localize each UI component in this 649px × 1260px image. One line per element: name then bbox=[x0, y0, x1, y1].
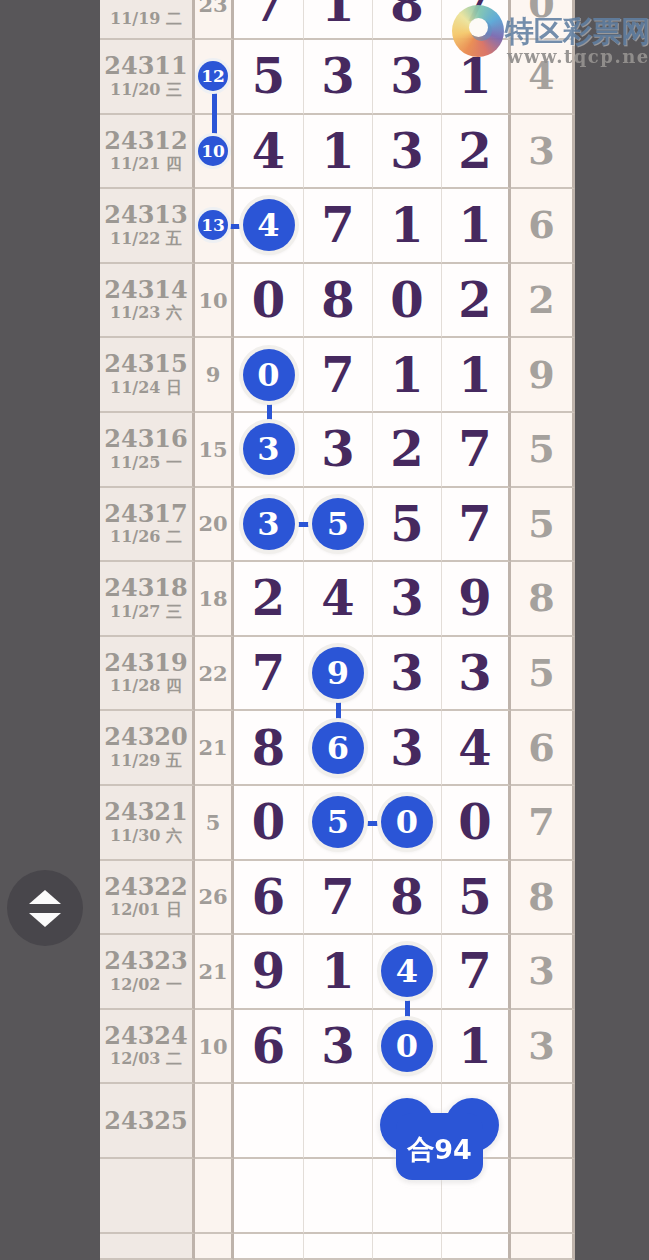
trend-chart: 11/19 二23718702431111/20 三12533142431211… bbox=[100, 0, 575, 1260]
digit-cell: 0 bbox=[373, 786, 442, 861]
digit-cell bbox=[304, 1234, 373, 1260]
period-cell: 2431511/24 日 bbox=[100, 338, 195, 413]
digit-cell: 3 bbox=[373, 40, 442, 115]
digit-cell: 3 bbox=[304, 413, 373, 488]
digit-cell: 3 bbox=[373, 637, 442, 712]
period-cell: 24325 bbox=[100, 1084, 195, 1159]
digit-cell: 8 bbox=[373, 0, 442, 40]
period-number: 24313 bbox=[104, 201, 188, 229]
sum-cell: 20 bbox=[195, 488, 234, 563]
draw-date: 12/03 二 bbox=[110, 1049, 182, 1070]
digit-cell: 3 bbox=[234, 488, 304, 563]
tail-cell: 6 bbox=[511, 189, 575, 264]
period-cell: 11/19 二 bbox=[100, 0, 195, 40]
digit-cell: 9 bbox=[234, 935, 304, 1010]
digit-cell: 5 bbox=[442, 861, 511, 936]
digit-cell: 4 bbox=[304, 562, 373, 637]
sum-cell: 10 bbox=[195, 1010, 234, 1085]
period-cell: 2432011/29 五 bbox=[100, 711, 195, 786]
period-cell: 2431111/20 三 bbox=[100, 40, 195, 115]
digit-cell: 8 bbox=[373, 861, 442, 936]
digit-cell: 1 bbox=[304, 115, 373, 190]
sum-value: 22 bbox=[198, 661, 227, 686]
digit-value: 3 bbox=[458, 649, 491, 697]
period-cell: 2431711/26 二 bbox=[100, 488, 195, 563]
digit-value: 7 bbox=[252, 649, 285, 697]
chart-row: 2431811/27 三1824398 bbox=[100, 562, 575, 637]
tail-cell: 7 bbox=[511, 786, 575, 861]
digit-value: 0 bbox=[252, 276, 285, 324]
digit-cell: 1 bbox=[304, 935, 373, 1010]
tail-value: 7 bbox=[528, 803, 554, 841]
chart-row bbox=[100, 1234, 575, 1260]
digit-value: 1 bbox=[458, 351, 491, 399]
up-arrow-icon bbox=[29, 890, 61, 904]
tail-cell bbox=[511, 1084, 575, 1159]
sum-value: 15 bbox=[198, 437, 227, 462]
digit-value: 1 bbox=[390, 351, 423, 399]
sum-value: 9 bbox=[206, 362, 221, 387]
sum-value: 18 bbox=[198, 586, 227, 611]
digit-circle: 3 bbox=[243, 423, 295, 475]
digit-cell: 3 bbox=[373, 562, 442, 637]
tail-value: 6 bbox=[528, 206, 554, 244]
digit-cell: 2 bbox=[442, 264, 511, 339]
period-cell: 2432312/02 一 bbox=[100, 935, 195, 1010]
period-cell bbox=[100, 1159, 195, 1234]
period-number: 24324 bbox=[104, 1022, 188, 1050]
digit-value: 3 bbox=[390, 649, 423, 697]
period-cell: 2431811/27 三 bbox=[100, 562, 195, 637]
sum-marker: 合94 bbox=[380, 1098, 500, 1182]
digit-circle: 5 bbox=[312, 796, 364, 848]
digit-value: 7 bbox=[458, 0, 491, 28]
sum-value: 10 bbox=[198, 288, 227, 313]
digit-cell: 8 bbox=[304, 264, 373, 339]
chart-row: 2431111/20 三1253314 bbox=[100, 40, 575, 115]
digit-value: 3 bbox=[390, 52, 423, 100]
chart-row: 2431611/25 一1533275 bbox=[100, 413, 575, 488]
chart-row: 2432412/03 二1063013 bbox=[100, 1010, 575, 1085]
digit-value: 8 bbox=[390, 873, 423, 921]
digit-cell: 5 bbox=[304, 786, 373, 861]
draw-date: 11/28 四 bbox=[110, 676, 182, 697]
digit-cell: 7 bbox=[234, 0, 304, 40]
digit-value: 0 bbox=[390, 276, 423, 324]
digit-cell: 6 bbox=[234, 1010, 304, 1085]
digit-cell bbox=[373, 1234, 442, 1260]
period-number: 24319 bbox=[104, 649, 188, 677]
digit-circle: 0 bbox=[243, 349, 295, 401]
digit-cell bbox=[234, 1159, 304, 1234]
digit-cell: 2 bbox=[234, 562, 304, 637]
chart-row bbox=[100, 1159, 575, 1234]
digit-circle: 0 bbox=[381, 1020, 433, 1072]
digit-value: 2 bbox=[458, 127, 491, 175]
digit-cell: 1 bbox=[442, 1010, 511, 1085]
digit-value: 3 bbox=[321, 1022, 354, 1070]
scroll-toggle-button[interactable] bbox=[7, 870, 83, 946]
period-number: 24312 bbox=[104, 127, 188, 155]
digit-cell: 3 bbox=[373, 115, 442, 190]
digit-value: 5 bbox=[458, 873, 491, 921]
tail-value: 5 bbox=[528, 654, 554, 692]
digit-value: 7 bbox=[252, 0, 285, 28]
digit-cell: 8 bbox=[234, 711, 304, 786]
chart-row: 2432111/30 六505007 bbox=[100, 786, 575, 861]
sum-cell bbox=[195, 1084, 234, 1159]
tail-value: 6 bbox=[528, 729, 554, 767]
digit-value: 3 bbox=[321, 425, 354, 473]
digit-cell: 5 bbox=[234, 40, 304, 115]
draw-date: 11/26 二 bbox=[110, 527, 182, 548]
tail-value: 3 bbox=[528, 1027, 554, 1065]
tail-value: 2 bbox=[528, 281, 554, 319]
digit-cell: 3 bbox=[304, 40, 373, 115]
digit-circle: 3 bbox=[243, 498, 295, 550]
tail-cell: 5 bbox=[511, 413, 575, 488]
period-number: 24321 bbox=[104, 798, 188, 826]
digit-value: 3 bbox=[321, 52, 354, 100]
digit-cell: 7 bbox=[442, 935, 511, 1010]
tail-cell: 3 bbox=[511, 115, 575, 190]
digit-cell: 1 bbox=[442, 189, 511, 264]
sum-circle: 10 bbox=[198, 136, 228, 166]
digit-cell: 3 bbox=[442, 637, 511, 712]
digit-circle: 4 bbox=[243, 199, 295, 251]
tail-value: 3 bbox=[528, 132, 554, 170]
digit-cell: 7 bbox=[304, 861, 373, 936]
draw-date: 11/25 一 bbox=[110, 453, 182, 474]
tail-cell: 8 bbox=[511, 861, 575, 936]
tail-cell: 5 bbox=[511, 637, 575, 712]
digit-cell bbox=[234, 1234, 304, 1260]
tail-cell: 0 bbox=[511, 0, 575, 40]
tail-value: 5 bbox=[528, 430, 554, 468]
draw-date: 11/29 五 bbox=[110, 751, 182, 772]
digit-value: 1 bbox=[390, 201, 423, 249]
digit-cell: 0 bbox=[234, 786, 304, 861]
period-cell: 2431611/25 一 bbox=[100, 413, 195, 488]
sum-value: 5 bbox=[206, 810, 221, 835]
period-cell: 2432111/30 六 bbox=[100, 786, 195, 861]
sum-circle: 13 bbox=[198, 210, 228, 240]
period-cell: 2432212/01 日 bbox=[100, 861, 195, 936]
digit-value: 1 bbox=[458, 1022, 491, 1070]
digit-value: 6 bbox=[252, 873, 285, 921]
sum-cell: 15 bbox=[195, 413, 234, 488]
digit-cell: 4 bbox=[442, 711, 511, 786]
sum-value: 10 bbox=[198, 1034, 227, 1059]
digit-cell: 1 bbox=[304, 0, 373, 40]
digit-cell: 7 bbox=[304, 338, 373, 413]
tail-cell: 9 bbox=[511, 338, 575, 413]
digit-value: 7 bbox=[458, 500, 491, 548]
tail-value: 9 bbox=[528, 356, 554, 394]
draw-date: 11/24 日 bbox=[110, 378, 182, 399]
tail-value: 8 bbox=[528, 579, 554, 617]
digit-value: 7 bbox=[321, 873, 354, 921]
digit-value: 1 bbox=[321, 0, 354, 28]
sum-cell bbox=[195, 1234, 234, 1260]
digit-cell: 1 bbox=[373, 338, 442, 413]
digit-value: 7 bbox=[321, 351, 354, 399]
digit-cell bbox=[304, 1159, 373, 1234]
tail-cell: 4 bbox=[511, 40, 575, 115]
digit-value: 5 bbox=[390, 500, 423, 548]
digit-cell bbox=[304, 1084, 373, 1159]
draw-date: 11/23 六 bbox=[110, 303, 182, 324]
chart-row: 24325 bbox=[100, 1084, 575, 1159]
tail-cell bbox=[511, 1234, 575, 1260]
tail-cell bbox=[511, 1159, 575, 1234]
digit-value: 7 bbox=[458, 947, 491, 995]
digit-cell: 7 bbox=[234, 637, 304, 712]
period-number: 24320 bbox=[104, 723, 188, 751]
sum-cell: 5 bbox=[195, 786, 234, 861]
digit-cell: 9 bbox=[442, 562, 511, 637]
period-number: 24318 bbox=[104, 574, 188, 602]
sum-cell: 26 bbox=[195, 861, 234, 936]
tail-value: 5 bbox=[528, 505, 554, 543]
sum-value: 26 bbox=[198, 884, 227, 909]
digit-cell: 7 bbox=[304, 189, 373, 264]
tail-cell: 3 bbox=[511, 935, 575, 1010]
digit-cell: 7 bbox=[442, 488, 511, 563]
chart-row: 2431411/23 六1008022 bbox=[100, 264, 575, 339]
tail-cell: 5 bbox=[511, 488, 575, 563]
digit-cell: 5 bbox=[304, 488, 373, 563]
digit-value: 8 bbox=[321, 276, 354, 324]
draw-date: 11/30 六 bbox=[110, 826, 182, 847]
sum-cell: 10 bbox=[195, 264, 234, 339]
sum-circle: 12 bbox=[198, 61, 228, 91]
digit-cell: 0 bbox=[442, 786, 511, 861]
digit-circle: 6 bbox=[312, 722, 364, 774]
digit-value: 2 bbox=[252, 574, 285, 622]
tail-value: 0 bbox=[528, 0, 554, 23]
digit-cell bbox=[234, 1084, 304, 1159]
digit-cell: 7 bbox=[442, 0, 511, 40]
digit-cell: 1 bbox=[442, 338, 511, 413]
digit-value: 5 bbox=[252, 52, 285, 100]
sum-cell: 23 bbox=[195, 0, 234, 40]
period-cell: 2431911/28 四 bbox=[100, 637, 195, 712]
digit-cell: 1 bbox=[442, 40, 511, 115]
digit-value: 0 bbox=[458, 798, 491, 846]
period-cell: 2431411/23 六 bbox=[100, 264, 195, 339]
period-cell: 2431211/21 四 bbox=[100, 115, 195, 190]
chart-row: 2431711/26 二2035575 bbox=[100, 488, 575, 563]
digit-cell: 0 bbox=[373, 1010, 442, 1085]
digit-value: 8 bbox=[390, 0, 423, 28]
digit-cell: 4 bbox=[234, 189, 304, 264]
tail-cell: 3 bbox=[511, 1010, 575, 1085]
digit-value: 6 bbox=[252, 1022, 285, 1070]
digit-value: 3 bbox=[390, 127, 423, 175]
sum-value: 21 bbox=[198, 959, 227, 984]
digit-value: 9 bbox=[458, 574, 491, 622]
sum-cell: 9 bbox=[195, 338, 234, 413]
digit-circle: 9 bbox=[312, 647, 364, 699]
digit-value: 0 bbox=[252, 798, 285, 846]
tail-value: 8 bbox=[528, 878, 554, 916]
draw-date: 11/27 三 bbox=[110, 602, 182, 623]
chart-row: 2432011/29 五2186346 bbox=[100, 711, 575, 786]
period-number: 24314 bbox=[104, 276, 188, 304]
digit-cell: 6 bbox=[234, 861, 304, 936]
digit-cell: 2 bbox=[373, 413, 442, 488]
period-cell bbox=[100, 1234, 195, 1260]
digit-cell: 0 bbox=[234, 264, 304, 339]
digit-value: 7 bbox=[458, 425, 491, 473]
tail-value: 3 bbox=[528, 952, 554, 990]
chart-row: 2431511/24 日907119 bbox=[100, 338, 575, 413]
digit-value: 4 bbox=[458, 724, 491, 772]
digit-cell: 0 bbox=[373, 264, 442, 339]
chart-row: 2431211/21 四1041323 bbox=[100, 115, 575, 190]
period-cell: 2432412/03 二 bbox=[100, 1010, 195, 1085]
tail-cell: 6 bbox=[511, 711, 575, 786]
sum-cell: 21 bbox=[195, 935, 234, 1010]
draw-date: 11/22 五 bbox=[110, 229, 182, 250]
digit-value: 4 bbox=[321, 574, 354, 622]
digit-cell: 1 bbox=[373, 189, 442, 264]
digit-value: 2 bbox=[458, 276, 491, 324]
chart-row: 11/19 二2371870 bbox=[100, 0, 575, 40]
digit-circle: 4 bbox=[381, 945, 433, 997]
sum-cell bbox=[195, 1159, 234, 1234]
draw-date: 12/01 日 bbox=[110, 900, 182, 921]
digit-cell: 6 bbox=[304, 711, 373, 786]
tail-value: 4 bbox=[528, 57, 554, 95]
period-number: 24322 bbox=[104, 873, 188, 901]
sum-cell: 18 bbox=[195, 562, 234, 637]
sum-marker-label: 合94 bbox=[396, 1113, 483, 1180]
chart-rows: 11/19 二23718702431111/20 三12533142431211… bbox=[100, 0, 575, 1260]
digit-value: 1 bbox=[321, 947, 354, 995]
tail-cell: 8 bbox=[511, 562, 575, 637]
digit-cell: 5 bbox=[373, 488, 442, 563]
sum-value: 20 bbox=[198, 511, 227, 536]
digit-circle: 5 bbox=[312, 498, 364, 550]
digit-value: 4 bbox=[252, 127, 285, 175]
digit-value: 3 bbox=[390, 724, 423, 772]
draw-date: 11/19 二 bbox=[110, 9, 182, 30]
digit-value: 1 bbox=[458, 201, 491, 249]
tail-cell: 2 bbox=[511, 264, 575, 339]
sum-cell: 21 bbox=[195, 711, 234, 786]
draw-date: 11/20 三 bbox=[110, 80, 182, 101]
chart-row: 2431311/22 五1347116 bbox=[100, 189, 575, 264]
digit-value: 9 bbox=[252, 947, 285, 995]
period-number: 24316 bbox=[104, 425, 188, 453]
digit-cell bbox=[442, 1234, 511, 1260]
digit-cell: 3 bbox=[304, 1010, 373, 1085]
sum-value: 21 bbox=[198, 735, 227, 760]
period-number: 24311 bbox=[104, 52, 188, 80]
digit-cell: 7 bbox=[442, 413, 511, 488]
down-arrow-icon bbox=[29, 913, 61, 927]
digit-cell: 3 bbox=[373, 711, 442, 786]
draw-date: 11/21 四 bbox=[110, 154, 182, 175]
digit-cell: 2 bbox=[442, 115, 511, 190]
digit-value: 1 bbox=[458, 52, 491, 100]
period-number: 24325 bbox=[104, 1107, 188, 1135]
digit-cell: 3 bbox=[234, 413, 304, 488]
chart-row: 2432312/02 一2191473 bbox=[100, 935, 575, 1010]
period-number: 24315 bbox=[104, 350, 188, 378]
digit-cell: 4 bbox=[234, 115, 304, 190]
sum-cell: 22 bbox=[195, 637, 234, 712]
digit-circle: 0 bbox=[381, 796, 433, 848]
digit-value: 3 bbox=[390, 574, 423, 622]
period-number: 24317 bbox=[104, 500, 188, 528]
digit-value: 8 bbox=[252, 724, 285, 772]
chart-row: 2432212/01 日2667858 bbox=[100, 861, 575, 936]
digit-value: 7 bbox=[321, 201, 354, 249]
digit-value: 1 bbox=[321, 127, 354, 175]
sum-value: 23 bbox=[198, 0, 227, 17]
period-cell: 2431311/22 五 bbox=[100, 189, 195, 264]
digit-value: 2 bbox=[390, 425, 423, 473]
period-number: 24323 bbox=[104, 947, 188, 975]
draw-date: 12/02 一 bbox=[110, 975, 182, 996]
